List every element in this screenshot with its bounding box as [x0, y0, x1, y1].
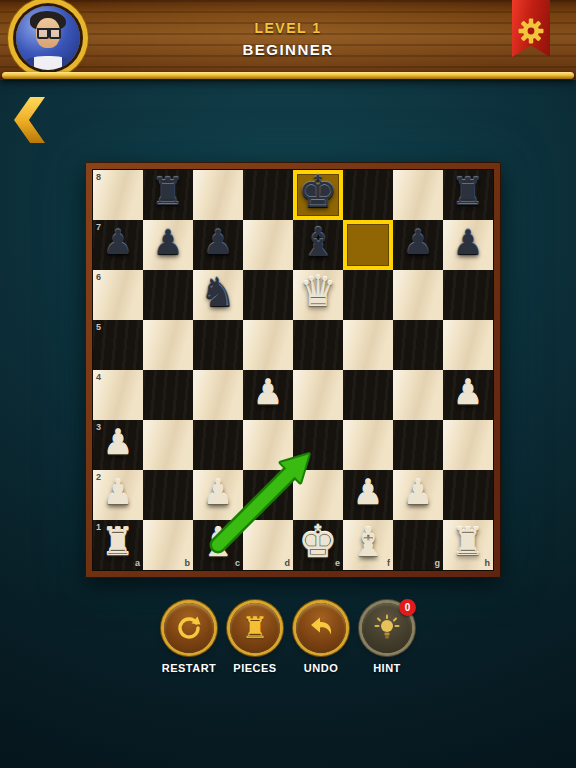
- square-e3[interactable]: [293, 420, 343, 470]
- file-label-a: a: [135, 559, 140, 568]
- square-g6[interactable]: [393, 270, 443, 320]
- avatar-shoulders: [24, 56, 72, 70]
- rank-label-3: 3: [96, 423, 101, 432]
- restart-icon: [175, 614, 203, 642]
- square-a1[interactable]: 1a♜: [93, 520, 143, 570]
- square-e4[interactable]: [293, 370, 343, 420]
- square-g1[interactable]: g: [393, 520, 443, 570]
- lightbulb-icon: [373, 614, 401, 642]
- chess-board[interactable]: 8♜♚♜7♟♟♟♝♟♟6♞♛54♟♟3♟2♟♟♟♟1a♜bc♝de♚f♝gh♜: [93, 170, 493, 570]
- square-c4[interactable]: [193, 370, 243, 420]
- rank-label-7: 7: [96, 223, 101, 232]
- square-c5[interactable]: [193, 320, 243, 370]
- square-d6[interactable]: [243, 270, 293, 320]
- square-a5[interactable]: 5: [93, 320, 143, 370]
- rank-label-6: 6: [96, 273, 101, 282]
- square-g3[interactable]: [393, 420, 443, 470]
- file-label-b: b: [185, 559, 191, 568]
- square-e7[interactable]: ♝: [293, 220, 343, 270]
- square-f6[interactable]: [343, 270, 393, 320]
- piece-black-pawn: ♟: [193, 217, 243, 267]
- piece-black-pawn: ♟: [443, 217, 493, 267]
- square-a7[interactable]: 7♟: [93, 220, 143, 270]
- square-e5[interactable]: [293, 320, 343, 370]
- square-b8[interactable]: ♜: [143, 170, 193, 220]
- square-c7[interactable]: ♟: [193, 220, 243, 270]
- square-h8[interactable]: ♜: [443, 170, 493, 220]
- square-d5[interactable]: [243, 320, 293, 370]
- restart-label: RESTART: [162, 662, 217, 674]
- square-a3[interactable]: 3♟: [93, 420, 143, 470]
- piece-white-pawn: ♟: [443, 367, 493, 417]
- pieces-label: PIECES: [233, 662, 276, 674]
- piece-white-pawn: ♟: [393, 467, 443, 517]
- square-a2[interactable]: 2♟: [93, 470, 143, 520]
- square-f2[interactable]: ♟: [343, 470, 393, 520]
- square-f1[interactable]: f♝: [343, 520, 393, 570]
- square-d8[interactable]: [243, 170, 293, 220]
- square-b5[interactable]: [143, 320, 193, 370]
- header-gold-divider: [2, 72, 574, 79]
- piece-black-rook: ♜: [143, 167, 193, 217]
- square-h3[interactable]: [443, 420, 493, 470]
- piece-black-knight: ♞: [193, 267, 243, 317]
- file-label-d: d: [285, 559, 291, 568]
- file-label-g: g: [435, 559, 441, 568]
- hint-count-badge: 0: [399, 599, 416, 616]
- piece-black-pawn: ♟: [143, 217, 193, 267]
- undo-label: UNDO: [304, 662, 338, 674]
- square-f5[interactable]: [343, 320, 393, 370]
- square-c3[interactable]: [193, 420, 243, 470]
- square-a8[interactable]: 8: [93, 170, 143, 220]
- square-g5[interactable]: [393, 320, 443, 370]
- file-label-e: e: [335, 559, 340, 568]
- restart-button[interactable]: RESTART: [164, 603, 214, 674]
- rook-icon: ♜: [242, 613, 269, 643]
- square-b1[interactable]: b: [143, 520, 193, 570]
- header: LEVEL 1 BEGINNER: [0, 0, 576, 80]
- chess-board-frame: 8♜♚♜7♟♟♟♝♟♟6♞♛54♟♟3♟2♟♟♟♟1a♜bc♝de♚f♝gh♜: [85, 162, 501, 578]
- square-b2[interactable]: [143, 470, 193, 520]
- square-h5[interactable]: [443, 320, 493, 370]
- square-c2[interactable]: ♟: [193, 470, 243, 520]
- square-g8[interactable]: [393, 170, 443, 220]
- square-f3[interactable]: [343, 420, 393, 470]
- piece-white-pawn: ♟: [193, 467, 243, 517]
- square-e8[interactable]: ♚: [293, 170, 343, 220]
- rank-label-8: 8: [96, 173, 101, 182]
- gear-icon: [518, 18, 544, 44]
- square-d1[interactable]: d: [243, 520, 293, 570]
- difficulty-label: BEGINNER: [0, 41, 576, 58]
- square-b6[interactable]: [143, 270, 193, 320]
- square-h1[interactable]: h♜: [443, 520, 493, 570]
- file-label-c: c: [235, 559, 240, 568]
- piece-white-pawn: ♟: [243, 367, 293, 417]
- rank-label-4: 4: [96, 373, 101, 382]
- rank-label-5: 5: [96, 323, 101, 332]
- file-label-f: f: [387, 559, 390, 568]
- square-d4[interactable]: ♟: [243, 370, 293, 420]
- chess-app-screen: LEVEL 1 BEGINNER 8♜♚♜7♟♟♟♝♟♟6♞♛54♟♟3♟2♟♟…: [0, 0, 576, 768]
- rank-label-2: 2: [96, 473, 101, 482]
- file-label-h: h: [485, 559, 491, 568]
- square-e6[interactable]: ♛: [293, 270, 343, 320]
- square-h7[interactable]: ♟: [443, 220, 493, 270]
- square-a6[interactable]: 6: [93, 270, 143, 320]
- back-button[interactable]: [14, 97, 45, 143]
- piece-black-pawn: ♟: [393, 217, 443, 267]
- square-d3[interactable]: [243, 420, 293, 470]
- piece-black-rook: ♜: [443, 167, 493, 217]
- square-d2[interactable]: [243, 470, 293, 520]
- level-label: LEVEL 1: [0, 20, 576, 36]
- square-b7[interactable]: ♟: [143, 220, 193, 270]
- square-h6[interactable]: [443, 270, 493, 320]
- piece-white-pawn: ♟: [343, 467, 393, 517]
- square-c8[interactable]: [193, 170, 243, 220]
- square-b3[interactable]: [143, 420, 193, 470]
- square-c6[interactable]: ♞: [193, 270, 243, 320]
- undo-icon: [307, 614, 335, 642]
- hint-label: HINT: [373, 662, 401, 674]
- square-f4[interactable]: [343, 370, 393, 420]
- piece-black-bishop: ♝: [293, 217, 343, 267]
- square-b4[interactable]: [143, 370, 193, 420]
- square-e1[interactable]: e♚: [293, 520, 343, 570]
- square-f7[interactable]: [343, 220, 393, 270]
- rank-label-1: 1: [96, 523, 101, 532]
- square-h4[interactable]: ♟: [443, 370, 493, 420]
- square-a4[interactable]: 4: [93, 370, 143, 420]
- hint-button[interactable]: 0 HINT: [362, 603, 412, 674]
- square-g2[interactable]: ♟: [393, 470, 443, 520]
- piece-white-queen: ♛: [293, 267, 343, 317]
- square-e2[interactable]: [293, 470, 343, 520]
- square-d7[interactable]: [243, 220, 293, 270]
- square-g7[interactable]: ♟: [393, 220, 443, 270]
- square-f8[interactable]: [343, 170, 393, 220]
- square-c1[interactable]: c♝: [193, 520, 243, 570]
- pieces-button[interactable]: ♜ PIECES: [230, 603, 280, 674]
- bottom-toolbar: RESTART ♜ PIECES UNDO 0: [0, 603, 576, 674]
- header-title: LEVEL 1 BEGINNER: [0, 20, 576, 58]
- square-g4[interactable]: [393, 370, 443, 420]
- square-h2[interactable]: [443, 470, 493, 520]
- piece-white-bishop: ♝: [343, 517, 393, 567]
- undo-button[interactable]: UNDO: [296, 603, 346, 674]
- piece-black-king: ♚: [293, 167, 343, 217]
